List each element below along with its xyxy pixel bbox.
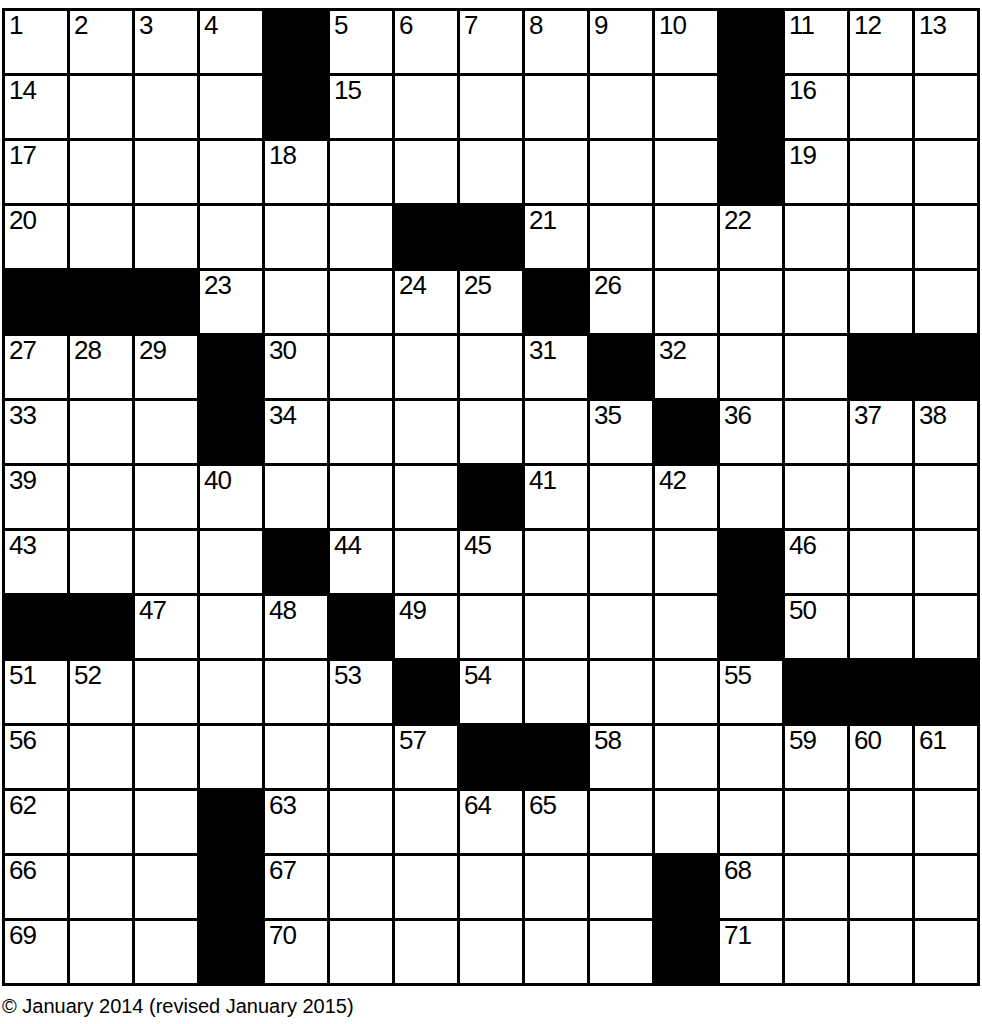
crossword-page: 1234567891011121314151617181920212223242… xyxy=(0,8,982,1024)
clue-number: 50 xyxy=(789,597,816,624)
black-cell xyxy=(720,531,782,593)
white-cell[interactable] xyxy=(525,661,587,723)
white-cell[interactable] xyxy=(200,76,262,138)
white-cell[interactable] xyxy=(915,206,977,268)
white-cell[interactable]: 32 xyxy=(655,336,717,398)
white-cell[interactable] xyxy=(590,141,652,203)
black-cell xyxy=(720,141,782,203)
white-cell[interactable] xyxy=(135,401,197,463)
white-cell[interactable] xyxy=(850,141,912,203)
white-cell[interactable]: 42 xyxy=(655,466,717,528)
clue-number: 68 xyxy=(724,857,751,884)
clue-number: 36 xyxy=(724,402,751,429)
clue-number: 57 xyxy=(399,727,426,754)
clue-number: 64 xyxy=(464,792,491,819)
white-cell[interactable] xyxy=(330,271,392,333)
white-cell[interactable]: 27 xyxy=(5,336,67,398)
clue-number: 12 xyxy=(854,12,881,39)
white-cell[interactable] xyxy=(395,76,457,138)
clue-number: 70 xyxy=(269,922,296,949)
white-cell[interactable]: 3 xyxy=(135,11,197,73)
white-cell[interactable] xyxy=(330,336,392,398)
clue-number: 24 xyxy=(399,272,426,299)
white-cell[interactable]: 56 xyxy=(5,726,67,788)
clue-number: 26 xyxy=(594,272,621,299)
white-cell[interactable] xyxy=(460,336,522,398)
white-cell[interactable] xyxy=(850,531,912,593)
white-cell[interactable]: 29 xyxy=(135,336,197,398)
white-cell[interactable] xyxy=(655,141,717,203)
white-cell[interactable] xyxy=(525,531,587,593)
white-cell[interactable]: 17 xyxy=(5,141,67,203)
white-cell[interactable]: 14 xyxy=(5,76,67,138)
black-cell xyxy=(590,336,652,398)
clue-number: 15 xyxy=(334,77,361,104)
clue-number: 65 xyxy=(529,792,556,819)
white-cell[interactable] xyxy=(720,336,782,398)
white-cell[interactable] xyxy=(915,466,977,528)
white-cell[interactable]: 40 xyxy=(200,466,262,528)
white-cell[interactable] xyxy=(135,531,197,593)
white-cell[interactable] xyxy=(135,206,197,268)
white-cell[interactable] xyxy=(655,271,717,333)
white-cell[interactable] xyxy=(265,466,327,528)
white-cell[interactable] xyxy=(785,401,847,463)
black-cell xyxy=(460,726,522,788)
white-cell[interactable] xyxy=(70,921,132,983)
clue-number: 11 xyxy=(789,12,814,39)
white-cell[interactable] xyxy=(135,921,197,983)
white-cell[interactable]: 36 xyxy=(720,401,782,463)
white-cell[interactable]: 18 xyxy=(265,141,327,203)
white-cell[interactable]: 35 xyxy=(590,401,652,463)
clue-number: 2 xyxy=(74,12,87,39)
white-cell[interactable]: 52 xyxy=(70,661,132,723)
white-cell[interactable]: 43 xyxy=(5,531,67,593)
white-cell[interactable]: 19 xyxy=(785,141,847,203)
white-cell[interactable]: 38 xyxy=(915,401,977,463)
clue-number: 71 xyxy=(724,922,751,949)
white-cell[interactable] xyxy=(395,921,457,983)
black-cell xyxy=(720,76,782,138)
white-cell[interactable] xyxy=(785,336,847,398)
white-cell[interactable] xyxy=(265,271,327,333)
white-cell[interactable] xyxy=(460,76,522,138)
clue-number: 33 xyxy=(9,402,36,429)
clue-number: 28 xyxy=(74,337,101,364)
white-cell[interactable] xyxy=(785,271,847,333)
white-cell[interactable] xyxy=(655,206,717,268)
clue-number: 62 xyxy=(9,792,36,819)
white-cell[interactable]: 50 xyxy=(785,596,847,658)
white-cell[interactable] xyxy=(265,206,327,268)
white-cell[interactable]: 15 xyxy=(330,76,392,138)
clue-number: 25 xyxy=(464,272,491,299)
clue-number: 59 xyxy=(789,727,816,754)
white-cell[interactable]: 12 xyxy=(850,11,912,73)
white-cell[interactable] xyxy=(785,206,847,268)
black-cell xyxy=(395,661,457,723)
white-cell[interactable] xyxy=(200,141,262,203)
white-cell[interactable]: 22 xyxy=(720,206,782,268)
white-cell[interactable]: 55 xyxy=(720,661,782,723)
white-cell[interactable]: 53 xyxy=(330,661,392,723)
white-cell[interactable]: 37 xyxy=(850,401,912,463)
white-cell[interactable] xyxy=(915,531,977,593)
white-cell[interactable]: 10 xyxy=(655,11,717,73)
black-cell xyxy=(720,11,782,73)
white-cell[interactable] xyxy=(850,271,912,333)
white-cell[interactable]: 48 xyxy=(265,596,327,658)
white-cell[interactable]: 21 xyxy=(525,206,587,268)
black-cell xyxy=(200,336,262,398)
clue-number: 21 xyxy=(529,207,556,234)
clue-number: 19 xyxy=(789,142,816,169)
white-cell[interactable]: 39 xyxy=(5,466,67,528)
white-cell[interactable]: 13 xyxy=(915,11,977,73)
white-cell[interactable] xyxy=(850,596,912,658)
white-cell[interactable]: 1 xyxy=(5,11,67,73)
white-cell[interactable] xyxy=(460,596,522,658)
white-cell[interactable]: 24 xyxy=(395,271,457,333)
white-cell[interactable] xyxy=(330,921,392,983)
white-cell[interactable] xyxy=(395,401,457,463)
white-cell[interactable]: 51 xyxy=(5,661,67,723)
white-cell[interactable]: 20 xyxy=(5,206,67,268)
white-cell[interactable] xyxy=(785,466,847,528)
white-cell[interactable] xyxy=(200,206,262,268)
clue-number: 51 xyxy=(9,662,36,689)
white-cell[interactable] xyxy=(655,726,717,788)
white-cell[interactable] xyxy=(850,791,912,853)
black-cell xyxy=(200,791,262,853)
clue-number: 39 xyxy=(9,467,36,494)
clue-number: 5 xyxy=(334,12,347,39)
black-cell xyxy=(70,271,132,333)
white-cell[interactable]: 6 xyxy=(395,11,457,73)
white-cell[interactable] xyxy=(655,661,717,723)
black-cell xyxy=(200,401,262,463)
white-cell[interactable] xyxy=(200,726,262,788)
white-cell[interactable] xyxy=(525,141,587,203)
clue-number: 43 xyxy=(9,532,36,559)
white-cell[interactable]: 9 xyxy=(590,11,652,73)
white-cell[interactable] xyxy=(135,141,197,203)
clue-number: 3 xyxy=(139,12,152,39)
clue-number: 41 xyxy=(529,467,556,494)
clue-number: 49 xyxy=(399,597,426,624)
white-cell[interactable] xyxy=(460,141,522,203)
white-cell[interactable]: 30 xyxy=(265,336,327,398)
black-cell xyxy=(655,921,717,983)
black-cell xyxy=(525,726,587,788)
clue-number: 34 xyxy=(269,402,296,429)
white-cell[interactable] xyxy=(330,206,392,268)
black-cell xyxy=(525,271,587,333)
black-cell xyxy=(70,596,132,658)
clue-number: 27 xyxy=(9,337,36,364)
white-cell[interactable] xyxy=(720,791,782,853)
clue-number: 47 xyxy=(139,597,166,624)
clue-number: 32 xyxy=(659,337,686,364)
white-cell[interactable] xyxy=(330,856,392,918)
copyright-text: © January 2014 (revised January 2015) xyxy=(2,995,982,1018)
clue-number: 69 xyxy=(9,922,36,949)
white-cell[interactable] xyxy=(915,791,977,853)
clue-number: 46 xyxy=(789,532,816,559)
white-cell[interactable] xyxy=(590,791,652,853)
white-cell[interactable] xyxy=(460,856,522,918)
white-cell[interactable] xyxy=(330,401,392,463)
white-cell[interactable]: 59 xyxy=(785,726,847,788)
white-cell[interactable] xyxy=(915,596,977,658)
clue-number: 29 xyxy=(139,337,166,364)
clue-number: 22 xyxy=(724,207,751,234)
clue-number: 48 xyxy=(269,597,296,624)
white-cell[interactable] xyxy=(70,856,132,918)
black-cell xyxy=(265,531,327,593)
white-cell[interactable] xyxy=(395,141,457,203)
clue-number: 37 xyxy=(854,402,881,429)
white-cell[interactable] xyxy=(590,466,652,528)
white-cell[interactable] xyxy=(590,531,652,593)
white-cell[interactable] xyxy=(265,661,327,723)
white-cell[interactable] xyxy=(395,856,457,918)
white-cell[interactable] xyxy=(330,466,392,528)
black-cell xyxy=(200,921,262,983)
white-cell[interactable] xyxy=(850,466,912,528)
white-cell[interactable]: 70 xyxy=(265,921,327,983)
white-cell[interactable] xyxy=(655,531,717,593)
black-cell xyxy=(785,661,847,723)
white-cell[interactable]: 68 xyxy=(720,856,782,918)
clue-number: 8 xyxy=(529,12,542,39)
white-cell[interactable] xyxy=(915,271,977,333)
clue-number: 17 xyxy=(9,142,36,169)
white-cell[interactable]: 11 xyxy=(785,11,847,73)
white-cell[interactable]: 33 xyxy=(5,401,67,463)
white-cell[interactable] xyxy=(460,921,522,983)
white-cell[interactable]: 28 xyxy=(70,336,132,398)
black-cell xyxy=(850,336,912,398)
white-cell[interactable] xyxy=(200,661,262,723)
white-cell[interactable] xyxy=(525,596,587,658)
white-cell[interactable] xyxy=(70,791,132,853)
clue-number: 55 xyxy=(724,662,751,689)
white-cell[interactable] xyxy=(200,531,262,593)
white-cell[interactable] xyxy=(70,206,132,268)
white-cell[interactable] xyxy=(70,726,132,788)
white-cell[interactable] xyxy=(395,336,457,398)
clue-number: 30 xyxy=(269,337,296,364)
white-cell[interactable] xyxy=(70,141,132,203)
white-cell[interactable] xyxy=(525,401,587,463)
white-cell[interactable] xyxy=(70,466,132,528)
white-cell[interactable] xyxy=(70,531,132,593)
white-cell[interactable]: 58 xyxy=(590,726,652,788)
white-cell[interactable] xyxy=(590,596,652,658)
white-cell[interactable] xyxy=(395,466,457,528)
black-cell xyxy=(850,661,912,723)
white-cell[interactable] xyxy=(655,791,717,853)
black-cell xyxy=(915,661,977,723)
clue-number: 38 xyxy=(919,402,946,429)
white-cell[interactable] xyxy=(785,856,847,918)
black-cell xyxy=(460,466,522,528)
white-cell[interactable] xyxy=(135,726,197,788)
white-cell[interactable]: 46 xyxy=(785,531,847,593)
white-cell[interactable]: 7 xyxy=(460,11,522,73)
clue-number: 35 xyxy=(594,402,621,429)
white-cell[interactable] xyxy=(525,921,587,983)
clue-number: 67 xyxy=(269,857,296,884)
black-cell xyxy=(395,206,457,268)
white-cell[interactable] xyxy=(200,596,262,658)
white-cell[interactable] xyxy=(785,791,847,853)
white-cell[interactable]: 66 xyxy=(5,856,67,918)
black-cell xyxy=(200,856,262,918)
clue-number: 14 xyxy=(9,77,36,104)
white-cell[interactable]: 62 xyxy=(5,791,67,853)
white-cell[interactable] xyxy=(70,76,132,138)
white-cell[interactable]: 49 xyxy=(395,596,457,658)
black-cell xyxy=(720,596,782,658)
white-cell[interactable] xyxy=(525,856,587,918)
black-cell xyxy=(135,271,197,333)
white-cell[interactable] xyxy=(590,206,652,268)
white-cell[interactable]: 31 xyxy=(525,336,587,398)
clue-number: 66 xyxy=(9,857,36,884)
white-cell[interactable]: 60 xyxy=(850,726,912,788)
clue-number: 44 xyxy=(334,532,361,559)
clue-number: 60 xyxy=(854,727,881,754)
clue-number: 56 xyxy=(9,727,36,754)
white-cell[interactable] xyxy=(590,76,652,138)
white-cell[interactable]: 65 xyxy=(525,791,587,853)
white-cell[interactable]: 47 xyxy=(135,596,197,658)
clue-number: 13 xyxy=(919,12,946,39)
clue-number: 9 xyxy=(594,12,607,39)
white-cell[interactable] xyxy=(915,856,977,918)
white-cell[interactable] xyxy=(915,76,977,138)
clue-number: 61 xyxy=(919,727,946,754)
white-cell[interactable]: 63 xyxy=(265,791,327,853)
white-cell[interactable] xyxy=(720,726,782,788)
white-cell[interactable]: 71 xyxy=(720,921,782,983)
crossword-grid: 1234567891011121314151617181920212223242… xyxy=(2,8,980,986)
white-cell[interactable] xyxy=(330,141,392,203)
black-cell xyxy=(5,271,67,333)
clue-number: 7 xyxy=(464,12,477,39)
clue-number: 16 xyxy=(789,77,816,104)
white-cell[interactable] xyxy=(850,856,912,918)
white-cell[interactable] xyxy=(720,271,782,333)
white-cell[interactable] xyxy=(395,531,457,593)
clue-number: 53 xyxy=(334,662,361,689)
white-cell[interactable]: 67 xyxy=(265,856,327,918)
white-cell[interactable] xyxy=(135,76,197,138)
white-cell[interactable]: 26 xyxy=(590,271,652,333)
white-cell[interactable] xyxy=(70,401,132,463)
white-cell[interactable] xyxy=(330,726,392,788)
black-cell xyxy=(915,336,977,398)
white-cell[interactable] xyxy=(785,921,847,983)
white-cell[interactable] xyxy=(655,76,717,138)
clue-number: 58 xyxy=(594,727,621,754)
black-cell xyxy=(330,596,392,658)
white-cell[interactable] xyxy=(590,661,652,723)
black-cell xyxy=(265,11,327,73)
white-cell[interactable]: 16 xyxy=(785,76,847,138)
white-cell[interactable]: 41 xyxy=(525,466,587,528)
white-cell[interactable] xyxy=(395,791,457,853)
white-cell[interactable] xyxy=(265,726,327,788)
clue-number: 54 xyxy=(464,662,491,689)
white-cell[interactable] xyxy=(850,206,912,268)
white-cell[interactable]: 64 xyxy=(460,791,522,853)
black-cell xyxy=(655,856,717,918)
clue-number: 23 xyxy=(204,272,231,299)
clue-number: 18 xyxy=(269,142,296,169)
white-cell[interactable] xyxy=(590,856,652,918)
white-cell[interactable]: 5 xyxy=(330,11,392,73)
white-cell[interactable]: 54 xyxy=(460,661,522,723)
white-cell[interactable]: 61 xyxy=(915,726,977,788)
white-cell[interactable] xyxy=(850,76,912,138)
white-cell[interactable] xyxy=(135,856,197,918)
clue-number: 42 xyxy=(659,467,686,494)
white-cell[interactable]: 69 xyxy=(5,921,67,983)
white-cell[interactable]: 44 xyxy=(330,531,392,593)
white-cell[interactable]: 25 xyxy=(460,271,522,333)
clue-number: 40 xyxy=(204,467,231,494)
clue-number: 52 xyxy=(74,662,101,689)
white-cell[interactable] xyxy=(135,466,197,528)
white-cell[interactable] xyxy=(590,921,652,983)
clue-number: 4 xyxy=(204,12,217,39)
white-cell[interactable] xyxy=(135,791,197,853)
black-cell xyxy=(5,596,67,658)
clue-number: 31 xyxy=(529,337,556,364)
white-cell[interactable] xyxy=(330,791,392,853)
white-cell[interactable] xyxy=(915,141,977,203)
white-cell[interactable] xyxy=(655,596,717,658)
white-cell[interactable]: 57 xyxy=(395,726,457,788)
black-cell xyxy=(460,206,522,268)
white-cell[interactable]: 4 xyxy=(200,11,262,73)
clue-number: 63 xyxy=(269,792,296,819)
black-cell xyxy=(265,76,327,138)
white-cell[interactable]: 34 xyxy=(265,401,327,463)
white-cell[interactable]: 23 xyxy=(200,271,262,333)
white-cell[interactable] xyxy=(915,921,977,983)
clue-number: 10 xyxy=(659,12,686,39)
clue-number: 45 xyxy=(464,532,491,559)
white-cell[interactable] xyxy=(135,661,197,723)
white-cell[interactable] xyxy=(720,466,782,528)
white-cell[interactable] xyxy=(460,401,522,463)
white-cell[interactable]: 45 xyxy=(460,531,522,593)
white-cell[interactable] xyxy=(850,921,912,983)
white-cell[interactable]: 2 xyxy=(70,11,132,73)
clue-number: 6 xyxy=(399,12,412,39)
black-cell xyxy=(655,401,717,463)
clue-number: 20 xyxy=(9,207,36,234)
clue-number: 1 xyxy=(9,12,22,39)
white-cell[interactable]: 8 xyxy=(525,11,587,73)
white-cell[interactable] xyxy=(525,76,587,138)
